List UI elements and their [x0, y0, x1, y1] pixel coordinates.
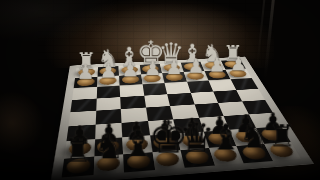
piece-base	[163, 64, 181, 72]
piece-base	[65, 158, 90, 174]
square-h7: ♟	[64, 139, 94, 158]
piece-base	[212, 147, 239, 162]
piece-base	[165, 73, 184, 82]
square-d5	[170, 104, 198, 119]
piece-base	[203, 61, 222, 69]
piece-base	[180, 133, 205, 147]
photo-scene: ♜♞♝♚♛♝♞♜♟♟♟♟♟♟♟♟♟♟♟♟♟♟♟♟♜♞♝♚♛♝♞♜	[0, 0, 320, 180]
square-g4	[96, 97, 121, 111]
square-g5	[95, 109, 121, 124]
square-f4	[120, 95, 145, 109]
square-e4	[144, 94, 170, 108]
piece-base	[121, 66, 138, 74]
piece-base	[207, 70, 227, 78]
piece-base	[186, 72, 206, 81]
board-sheet: ♜♞♝♚♛♝♞♜♟♟♟♟♟♟♟♟♟♟♟♟♟♟♟♟♜♞♝♚♛♝♞♜	[50, 57, 314, 180]
piece-base	[143, 74, 161, 83]
wall-corner-glow	[0, 0, 120, 42]
piece-base	[68, 141, 92, 156]
square-e7: ♟	[150, 134, 181, 152]
square-a4	[236, 89, 265, 102]
square-h8: ♜	[62, 156, 94, 177]
piece-base	[240, 145, 268, 160]
piece-base	[183, 63, 202, 71]
piece-base	[142, 65, 160, 73]
piece-base	[233, 130, 259, 144]
square-f3	[120, 84, 144, 96]
piece-base	[78, 68, 95, 76]
table-edge-glow-left	[0, 92, 44, 154]
square-c5	[194, 103, 223, 118]
piece-base	[97, 156, 121, 172]
piece-base	[223, 60, 243, 68]
piece-base	[97, 139, 120, 154]
piece-base	[76, 78, 94, 87]
piece-base	[125, 137, 148, 151]
square-g8: ♞	[93, 154, 124, 175]
square-f5	[121, 108, 148, 123]
square-f7: ♟	[122, 136, 152, 154]
piece-base	[268, 143, 297, 158]
square-f8: ♝	[123, 152, 155, 173]
piece-base	[122, 75, 140, 84]
square-a5	[242, 100, 273, 114]
square-d4	[167, 93, 194, 106]
piece-base	[99, 76, 117, 85]
piece-base	[184, 149, 210, 165]
square-g7: ♟	[94, 137, 123, 156]
piece-base	[228, 69, 249, 77]
square-e8: ♚	[152, 150, 185, 170]
piece-base	[126, 154, 150, 170]
piece-base	[259, 128, 286, 141]
piece-base	[153, 135, 177, 149]
piece-base	[100, 67, 117, 75]
square-g3	[96, 86, 120, 99]
piece-base	[207, 131, 233, 145]
square-e6	[147, 119, 176, 135]
piece-base	[155, 152, 180, 168]
